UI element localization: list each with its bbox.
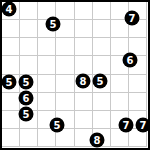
clue-circle-5-r4c1[interactable]: 5 [19, 75, 34, 90]
clue-circle-8-r7c5[interactable]: 8 [90, 133, 105, 148]
clue-circle-5-r6c3[interactable]: 5 [50, 118, 65, 133]
clue-circle-5-r4c0[interactable]: 5 [2, 75, 17, 90]
clue-circle-5-r6c1[interactable]: 5 [19, 107, 34, 122]
clue-circle-7-r0c7[interactable]: 7 [125, 11, 140, 26]
clue-circle-4-r0c0[interactable]: 4 [2, 2, 17, 17]
clue-circle-5-r4c5[interactable]: 5 [93, 74, 108, 89]
clue-circle-6-r5c1[interactable]: 6 [19, 91, 34, 106]
clue-circle-7-r6c6[interactable]: 7 [119, 118, 134, 133]
clue-circle-8-r4c4[interactable]: 8 [76, 74, 91, 89]
puzzle-board: 45765565855778 [0, 0, 150, 150]
clue-circle-7-r6c7[interactable]: 7 [136, 118, 151, 133]
pieces-layer: 45765565855778 [0, 0, 150, 150]
clue-circle-6-r3c7[interactable]: 6 [123, 53, 138, 68]
clue-circle-5-r1c2[interactable]: 5 [46, 17, 61, 32]
